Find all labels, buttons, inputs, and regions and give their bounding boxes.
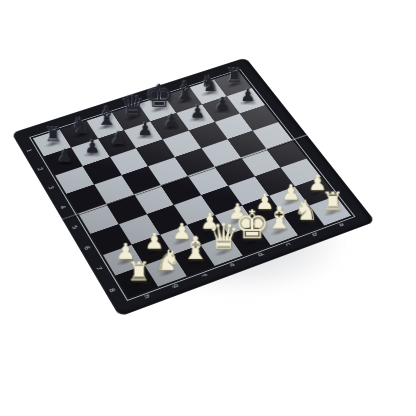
rank-label: 4 bbox=[58, 205, 66, 210]
file-label: h bbox=[142, 294, 151, 300]
rank-label: 5 bbox=[70, 225, 78, 230]
rank-label: 2 bbox=[35, 167, 43, 172]
rook-glyph: ♜ bbox=[127, 259, 151, 284]
pawn-glyph: ♟ bbox=[57, 147, 73, 164]
photo-stage: 12345678hgfedcba♜♞♝♛♚♝♞♜♟♟♟♟♟♟♟♟♟♟♟♟♟♟♟♟… bbox=[0, 0, 416, 416]
rank-label: 8 bbox=[107, 288, 116, 294]
rank-label: 3 bbox=[46, 186, 54, 191]
